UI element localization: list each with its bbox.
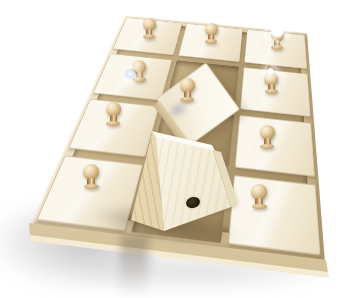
lid[interactable] bbox=[228, 175, 320, 256]
stage bbox=[0, 0, 350, 298]
knob-handle[interactable] bbox=[80, 164, 102, 189]
knob-handle[interactable] bbox=[257, 125, 278, 149]
knob-handle[interactable] bbox=[103, 102, 124, 126]
knob-handle[interactable] bbox=[248, 184, 270, 209]
overturned-lid-block[interactable] bbox=[124, 124, 242, 236]
knob-handle[interactable] bbox=[202, 23, 221, 44]
knob-handle[interactable] bbox=[177, 78, 198, 102]
cast-shadow bbox=[119, 236, 149, 298]
knob-handle[interactable] bbox=[140, 18, 159, 39]
